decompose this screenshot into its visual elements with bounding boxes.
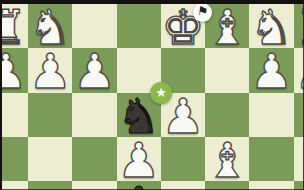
piece-white-pawn-g2[interactable]: ♟ xyxy=(29,47,72,95)
square-g2[interactable]: ♟ xyxy=(28,48,72,92)
square-g4[interactable] xyxy=(28,137,72,181)
star-icon: ★ xyxy=(155,86,167,99)
square-e1[interactable] xyxy=(117,4,161,48)
letterbox-bottom xyxy=(0,189,304,190)
square-h4[interactable] xyxy=(0,137,28,181)
piece-white-pawn-h2[interactable]: ♟ xyxy=(0,47,27,95)
square-f4[interactable] xyxy=(72,137,116,181)
piece-white-bishop-c4[interactable]: ♝ xyxy=(206,136,249,184)
letterbox-right xyxy=(303,0,304,190)
piece-white-pawn-b2[interactable]: ♟ xyxy=(250,47,293,95)
resign-flag-badge: ⚑ xyxy=(193,3,212,22)
square-h1[interactable]: ♜ xyxy=(0,4,28,48)
square-b2[interactable]: ♟ xyxy=(249,48,293,92)
square-b1[interactable]: ♞ xyxy=(249,4,293,48)
chessboard-viewport: ♜♞♚♝♞♜♟♟♟♟♟♞♟♟♝♟ ★ ⚑ xyxy=(0,0,304,190)
flag-icon: ⚑ xyxy=(196,5,209,19)
piece-white-pawn-f2[interactable]: ♟ xyxy=(73,47,116,95)
square-g1[interactable]: ♞ xyxy=(28,4,72,48)
best-move-badge: ★ xyxy=(150,82,172,104)
letterbox-left xyxy=(0,0,2,190)
square-b4[interactable] xyxy=(249,137,293,181)
square-f2[interactable]: ♟ xyxy=(72,48,116,92)
square-f1[interactable] xyxy=(72,4,116,48)
square-c3[interactable] xyxy=(205,93,249,137)
square-e4[interactable]: ♟ xyxy=(117,137,161,181)
square-h2[interactable]: ♟ xyxy=(0,48,28,92)
square-c4[interactable]: ♝ xyxy=(205,137,249,181)
letterbox-top xyxy=(0,0,304,4)
piece-white-bishop-c1[interactable]: ♝ xyxy=(206,3,249,51)
